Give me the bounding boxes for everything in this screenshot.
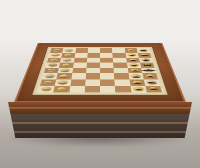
white-pawn-piece: ♟ bbox=[46, 82, 79, 83]
black-king-piece: ♚ bbox=[133, 69, 164, 71]
square bbox=[84, 86, 100, 93]
square: ♜ bbox=[145, 86, 162, 93]
board-border-strip: ♜♟♟♜♞♟♟♞♝♟♟♝♛♟♟♛♚♟♟♚♝♟♟♝♞♟♟♞♜♟♟♜ bbox=[31, 47, 168, 95]
white-pawn-piece: ♟ bbox=[54, 55, 83, 56]
black-knight-piece: ♞ bbox=[130, 55, 159, 56]
molding-band bbox=[8, 124, 192, 131]
chess-board-grid: ♜♟♟♜♞♟♟♞♝♟♟♝♛♟♟♛♚♟♟♚♝♟♟♝♞♟♟♞♜♟♟♜ bbox=[38, 48, 162, 92]
square: ♟ bbox=[53, 86, 70, 93]
case-molded-side bbox=[8, 102, 192, 138]
black-bishop-piece: ♝ bbox=[131, 59, 161, 61]
black-bishop-piece: ♝ bbox=[134, 75, 166, 77]
white-pawn-piece: ♟ bbox=[51, 65, 81, 66]
square bbox=[100, 86, 116, 93]
white-pawn-piece: ♟ bbox=[53, 60, 82, 61]
chess-set-photo: ♜♟♟♜♞♟♟♞♝♟♟♝♛♟♟♛♚♟♟♚♝♟♟♝♞♟♟♞♜♟♟♜ bbox=[0, 0, 200, 168]
molding-band bbox=[8, 114, 192, 122]
black-rook-piece: ♜ bbox=[129, 50, 157, 51]
white-pawn-piece: ♟ bbox=[50, 70, 81, 71]
black-knight-piece: ♞ bbox=[135, 82, 168, 84]
chess-case-top: ♜♟♟♜♞♟♟♞♝♟♟♝♛♟♟♛♚♟♟♚♝♟♟♝♞♟♟♞♜♟♟♜ bbox=[14, 43, 186, 102]
black-queen-piece: ♛ bbox=[132, 64, 162, 66]
black-rook-piece: ♜ bbox=[136, 88, 171, 90]
molding-band bbox=[8, 133, 192, 138]
perspective-scene: ♜♟♟♜♞♟♟♞♝♟♟♝♛♟♟♛♚♟♟♚♝♟♟♝♞♟♟♞♜♟♟♜ bbox=[0, 0, 200, 168]
